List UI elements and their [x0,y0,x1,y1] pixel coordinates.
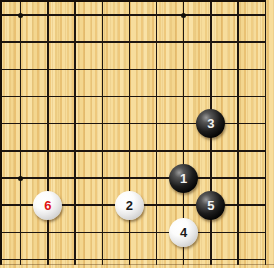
grid-line-vertical [74,0,75,265]
grid-line-vertical [156,0,157,265]
grid-line-horizontal [0,177,266,178]
stone-white-2-O3[interactable]: 2 [115,191,144,220]
grid-line-vertical [47,0,48,265]
grid-line-horizontal [0,150,266,151]
stone-white-6-L3[interactable]: 6 [33,191,62,220]
move-number-label: 1 [180,172,187,185]
go-board[interactable]: 123456 [0,0,274,268]
hoshi-point-Q10 [181,13,186,18]
grid-line-horizontal [0,69,266,70]
grid-line-vertical [129,0,130,265]
move-number-label: 4 [180,226,187,239]
grid-line-horizontal [0,232,266,233]
stone-white-4-Q2[interactable]: 4 [169,218,198,247]
hoshi-point-K4 [18,176,23,181]
grid-line-horizontal [0,41,266,42]
grid-line-horizontal [0,123,266,124]
stone-black-1-Q4[interactable]: 1 [169,164,198,193]
grid-line-vertical [102,0,103,265]
move-number-label: 3 [207,117,214,130]
grid-line-horizontal [0,14,266,15]
board-top-border [0,0,266,2]
grid-line-horizontal [0,259,266,260]
move-number-label: 2 [126,199,133,212]
move-number-label: 6 [44,199,51,212]
stone-black-3-R6[interactable]: 3 [196,109,225,138]
grid-line-vertical [20,0,21,265]
grid-line-vertical [237,0,238,265]
hoshi-point-K10 [18,13,23,18]
board-left-border [0,0,2,265]
move-number-label: 5 [207,199,214,212]
stone-black-5-R3[interactable]: 5 [196,191,225,220]
grid-line-vertical [265,0,266,265]
board-bottom-crop-edge [0,264,274,265]
grid-line-horizontal [0,96,266,97]
